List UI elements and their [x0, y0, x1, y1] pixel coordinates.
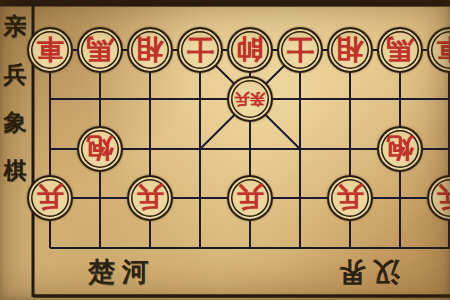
- piece-red-advisor-right[interactable]: 士: [277, 27, 323, 73]
- piece-glyph: 帥: [237, 37, 264, 64]
- piece-glyph: 兵: [237, 185, 264, 212]
- piece-glyph: 士: [187, 37, 214, 64]
- piece-red-advisor-left[interactable]: 士: [177, 27, 223, 73]
- piece-glyph: 馬: [387, 37, 414, 64]
- piece-glyph: 馬: [87, 37, 114, 64]
- app-title-char-2: 兵: [4, 59, 27, 90]
- piece-glyph: 車: [37, 37, 64, 64]
- piece-red-soldier-3[interactable]: 兵: [227, 175, 273, 221]
- piece-glyph: 相: [337, 37, 364, 64]
- piece-red-soldier-4[interactable]: 兵: [327, 175, 373, 221]
- piece-red-soldier-1[interactable]: 兵: [27, 175, 73, 221]
- piece-red-horse-right[interactable]: 馬: [377, 27, 423, 73]
- piece-glyph: 炮: [87, 135, 114, 162]
- piece-glyph: 亲兵: [235, 92, 265, 107]
- piece-red-elephant-right[interactable]: 相: [327, 27, 373, 73]
- river-label-chu-he: 楚河: [88, 254, 156, 290]
- piece-glyph: 車: [437, 37, 450, 64]
- piece-glyph: 兵: [337, 185, 364, 212]
- piece-red-general[interactable]: 帥: [227, 27, 273, 73]
- piece-glyph: 士: [287, 37, 314, 64]
- piece-glyph: 兵: [37, 185, 64, 212]
- app-title-char-3: 象: [4, 107, 27, 138]
- piece-glyph: 兵: [437, 185, 450, 212]
- app-title-vertical: 亲 兵 象 棋: [2, 11, 28, 186]
- piece-red-cannon-left[interactable]: 炮: [77, 126, 123, 172]
- piece-red-elephant-left[interactable]: 相: [127, 27, 173, 73]
- xiangqi-splash-screen: 車馬相士帥士相馬車亲兵炮炮兵兵兵兵兵 亲 兵 象 棋 楚河 汉界: [0, 0, 450, 300]
- app-title-char-4: 棋: [4, 155, 27, 186]
- piece-red-cannon-right[interactable]: 炮: [377, 126, 423, 172]
- river-label-han-jie: 汉界: [332, 254, 400, 290]
- piece-glyph: 兵: [137, 185, 164, 212]
- app-title-char-1: 亲: [4, 11, 27, 42]
- piece-red-soldier-2[interactable]: 兵: [127, 175, 173, 221]
- piece-glyph: 炮: [387, 135, 414, 162]
- piece-red-horse-left[interactable]: 馬: [77, 27, 123, 73]
- piece-red-chariot-left[interactable]: 車: [27, 27, 73, 73]
- piece-glyph: 相: [137, 37, 164, 64]
